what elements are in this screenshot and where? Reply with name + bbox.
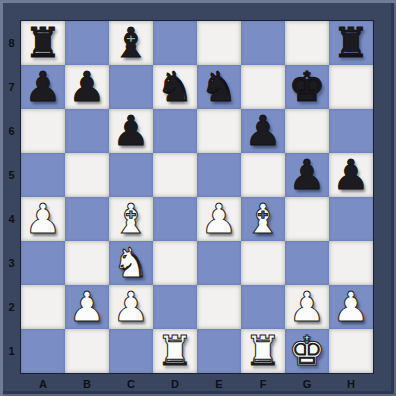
square-a3[interactable]: [21, 241, 65, 285]
piece-white-pawn-c2[interactable]: ♟: [113, 285, 150, 329]
piece-black-rook-h8[interactable]: ♜: [333, 21, 370, 65]
piece-black-knight-e7[interactable]: ♞: [201, 65, 238, 109]
square-c7[interactable]: [109, 65, 153, 109]
rank-label-1: 1: [0, 329, 21, 373]
square-e7[interactable]: ♞: [197, 65, 241, 109]
square-c3[interactable]: ♞: [109, 241, 153, 285]
piece-white-pawn-g2[interactable]: ♟: [289, 285, 326, 329]
file-label-e: E: [197, 373, 241, 394]
piece-black-bishop-c8[interactable]: ♝: [113, 21, 150, 65]
square-h4[interactable]: [329, 197, 373, 241]
square-d4[interactable]: [153, 197, 197, 241]
square-f8[interactable]: [241, 21, 285, 65]
square-e2[interactable]: [197, 285, 241, 329]
square-f6[interactable]: ♟: [241, 109, 285, 153]
square-d6[interactable]: [153, 109, 197, 153]
square-b7[interactable]: ♟: [65, 65, 109, 109]
piece-white-bishop-f4[interactable]: ♝: [245, 197, 282, 241]
rank-label-2: 2: [0, 285, 21, 329]
square-b1[interactable]: [65, 329, 109, 373]
file-label-d: D: [153, 373, 197, 394]
square-g6[interactable]: [285, 109, 329, 153]
file-labels: ABCDEFGH: [21, 373, 373, 394]
piece-black-pawn-c6[interactable]: ♟: [113, 109, 150, 153]
rank-label-6: 6: [0, 109, 21, 153]
rank-labels: 87654321: [0, 21, 21, 373]
square-e6[interactable]: [197, 109, 241, 153]
file-label-b: B: [65, 373, 109, 394]
rank-label-4: 4: [0, 197, 21, 241]
square-a8[interactable]: ♜: [21, 21, 65, 65]
square-a7[interactable]: ♟: [21, 65, 65, 109]
square-a2[interactable]: [21, 285, 65, 329]
piece-white-knight-c3[interactable]: ♞: [113, 241, 150, 285]
square-b8[interactable]: [65, 21, 109, 65]
rank-label-8: 8: [0, 21, 21, 65]
square-h1[interactable]: [329, 329, 373, 373]
piece-black-king-g7[interactable]: ♚: [289, 65, 326, 109]
square-c4[interactable]: ♝: [109, 197, 153, 241]
piece-white-king-g1[interactable]: ♚: [289, 329, 326, 373]
piece-white-bishop-c4[interactable]: ♝: [113, 197, 150, 241]
square-h6[interactable]: [329, 109, 373, 153]
square-b4[interactable]: [65, 197, 109, 241]
file-label-a: A: [21, 373, 65, 394]
piece-white-pawn-h2[interactable]: ♟: [333, 285, 370, 329]
chess-board[interactable]: ♜♝♜♟♟♞♞♚♟♟♟♟♟♝♟♝♞♟♟♟♟♜♜♚: [21, 21, 373, 373]
square-c5[interactable]: [109, 153, 153, 197]
rank-label-5: 5: [0, 153, 21, 197]
square-g3[interactable]: [285, 241, 329, 285]
piece-black-rook-a8[interactable]: ♜: [25, 21, 62, 65]
square-g7[interactable]: ♚: [285, 65, 329, 109]
square-a1[interactable]: [21, 329, 65, 373]
square-e4[interactable]: ♟: [197, 197, 241, 241]
file-label-f: F: [241, 373, 285, 394]
square-b2[interactable]: ♟: [65, 285, 109, 329]
square-a6[interactable]: [21, 109, 65, 153]
piece-black-pawn-a7[interactable]: ♟: [25, 65, 62, 109]
square-h2[interactable]: ♟: [329, 285, 373, 329]
square-d3[interactable]: [153, 241, 197, 285]
square-h7[interactable]: [329, 65, 373, 109]
square-d5[interactable]: [153, 153, 197, 197]
piece-black-pawn-b7[interactable]: ♟: [69, 65, 106, 109]
square-c6[interactable]: ♟: [109, 109, 153, 153]
square-h5[interactable]: ♟: [329, 153, 373, 197]
square-d2[interactable]: [153, 285, 197, 329]
square-f3[interactable]: [241, 241, 285, 285]
square-a5[interactable]: [21, 153, 65, 197]
square-f1[interactable]: ♜: [241, 329, 285, 373]
piece-white-rook-d1[interactable]: ♜: [157, 329, 194, 373]
file-label-c: C: [109, 373, 153, 394]
square-c8[interactable]: ♝: [109, 21, 153, 65]
square-b3[interactable]: [65, 241, 109, 285]
piece-white-pawn-b2[interactable]: ♟: [69, 285, 106, 329]
square-f4[interactable]: ♝: [241, 197, 285, 241]
square-b5[interactable]: [65, 153, 109, 197]
square-d1[interactable]: ♜: [153, 329, 197, 373]
square-g4[interactable]: [285, 197, 329, 241]
square-g2[interactable]: ♟: [285, 285, 329, 329]
piece-black-pawn-f6[interactable]: ♟: [245, 109, 282, 153]
square-f2[interactable]: [241, 285, 285, 329]
rank-label-3: 3: [0, 241, 21, 285]
square-f7[interactable]: [241, 65, 285, 109]
file-label-h: H: [329, 373, 373, 394]
square-g1[interactable]: ♚: [285, 329, 329, 373]
rank-label-7: 7: [0, 65, 21, 109]
piece-white-rook-f1[interactable]: ♜: [245, 329, 282, 373]
square-e5[interactable]: [197, 153, 241, 197]
piece-black-pawn-g5[interactable]: ♟: [289, 153, 326, 197]
square-c2[interactable]: ♟: [109, 285, 153, 329]
square-d7[interactable]: ♞: [153, 65, 197, 109]
square-h3[interactable]: [329, 241, 373, 285]
square-d8[interactable]: [153, 21, 197, 65]
square-f5[interactable]: [241, 153, 285, 197]
square-e3[interactable]: [197, 241, 241, 285]
piece-black-knight-d7[interactable]: ♞: [157, 65, 194, 109]
square-e1[interactable]: [197, 329, 241, 373]
square-g8[interactable]: [285, 21, 329, 65]
piece-white-pawn-a4[interactable]: ♟: [25, 197, 62, 241]
square-g5[interactable]: ♟: [285, 153, 329, 197]
piece-white-pawn-e4[interactable]: ♟: [201, 197, 238, 241]
piece-black-pawn-h5[interactable]: ♟: [333, 153, 370, 197]
square-b6[interactable]: [65, 109, 109, 153]
square-c1[interactable]: [109, 329, 153, 373]
square-h8[interactable]: ♜: [329, 21, 373, 65]
square-a4[interactable]: ♟: [21, 197, 65, 241]
chess-board-frame: 87654321 ♜♝♜♟♟♞♞♚♟♟♟♟♟♝♟♝♞♟♟♟♟♜♜♚ ABCDEF…: [0, 0, 396, 396]
file-label-g: G: [285, 373, 329, 394]
square-e8[interactable]: [197, 21, 241, 65]
